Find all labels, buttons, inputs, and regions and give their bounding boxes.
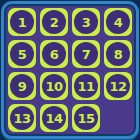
tile-14[interactable]: 14 [40,104,68,132]
tile-8-disc: 8 [106,42,130,66]
tile-10-number: 10 [45,79,62,92]
tile-4-number: 4 [114,15,123,28]
puzzle-board-grid: 123456789101112131415 [8,8,132,132]
tile-6-disc: 6 [42,42,66,66]
tile-7-disc: 7 [74,42,98,66]
tile-2-number: 2 [50,15,59,28]
tile-11[interactable]: 11 [72,72,100,100]
tile-4-disc: 4 [106,10,130,34]
tile-1-disc: 1 [10,10,34,34]
tile-1[interactable]: 1 [8,8,36,36]
tile-15[interactable]: 15 [72,104,100,132]
fifteen-puzzle-app: 123456789101112131415 [0,0,140,140]
tile-11-number: 11 [77,79,94,92]
tile-9-disc: 9 [10,74,34,98]
tile-7[interactable]: 7 [72,40,100,68]
tile-1-number: 1 [18,15,27,28]
tile-3[interactable]: 3 [72,8,100,36]
tile-9[interactable]: 9 [8,72,36,100]
tile-12-disc: 12 [106,74,130,98]
tile-13-disc: 13 [10,106,34,130]
tile-5[interactable]: 5 [8,40,36,68]
tile-13[interactable]: 13 [8,104,36,132]
puzzle-board-frame: 123456789101112131415 [1,1,139,139]
tile-8-number: 8 [114,47,123,60]
tile-8[interactable]: 8 [104,40,132,68]
tile-5-number: 5 [18,47,27,60]
tile-2[interactable]: 2 [40,8,68,36]
tile-4[interactable]: 4 [104,8,132,36]
tile-14-disc: 14 [42,106,66,130]
tile-2-disc: 2 [42,10,66,34]
tile-12[interactable]: 12 [104,72,132,100]
tile-10[interactable]: 10 [40,72,68,100]
tile-14-number: 14 [45,111,62,124]
tile-11-disc: 11 [74,74,98,98]
tile-15-number: 15 [77,111,94,124]
tile-9-number: 9 [18,79,27,92]
tile-15-disc: 15 [74,106,98,130]
tile-6[interactable]: 6 [40,40,68,68]
tile-3-disc: 3 [74,10,98,34]
tile-13-number: 13 [13,111,30,124]
tile-10-disc: 10 [42,74,66,98]
tile-3-number: 3 [82,15,91,28]
empty-cell [104,104,132,132]
tile-7-number: 7 [82,47,91,60]
tile-6-number: 6 [50,47,59,60]
tile-5-disc: 5 [10,42,34,66]
tile-12-number: 12 [109,79,126,92]
